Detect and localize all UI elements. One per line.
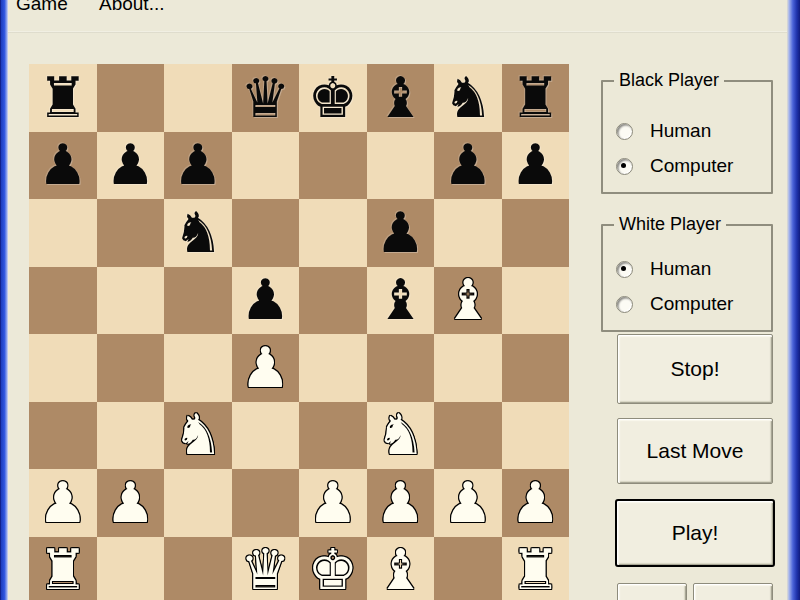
radio-white-human-label: Human: [650, 258, 711, 280]
white-player-groupbox: White Player Human Computer: [601, 224, 773, 332]
piece-white-pawn: ♟: [510, 475, 560, 531]
square-c4[interactable]: [164, 334, 232, 402]
radio-black-computer-label: Computer: [650, 155, 733, 177]
piece-black-pawn: ♟: [105, 137, 155, 193]
piece-black-pawn: ♟: [173, 137, 223, 193]
square-c3[interactable]: ♞: [164, 402, 232, 470]
square-c8[interactable]: [164, 64, 232, 132]
square-h4[interactable]: [502, 334, 570, 402]
square-g2[interactable]: ♟: [434, 469, 502, 537]
piece-black-pawn: ♟: [375, 205, 425, 261]
square-c5[interactable]: [164, 267, 232, 335]
square-a6[interactable]: [29, 199, 97, 267]
black-player-groupbox: Black Player Human Computer: [601, 80, 773, 194]
square-b4[interactable]: [97, 334, 165, 402]
square-a7[interactable]: ♟: [29, 132, 97, 200]
square-e8[interactable]: ♚: [299, 64, 367, 132]
bottom-partial-button-left[interactable]: [617, 583, 687, 600]
piece-white-knight: ♞: [173, 407, 223, 463]
square-a8[interactable]: ♜: [29, 64, 97, 132]
square-g5[interactable]: ♝: [434, 267, 502, 335]
chess-board[interactable]: ♜♛♚♝♞♜♟♟♟♟♟♞♟♟♝♝♟♞♞♟♟♟♟♟♟♜♛♚♝♜: [29, 64, 569, 600]
black-player-group-title: Black Player: [614, 70, 724, 91]
white-player-computer-option[interactable]: Computer: [616, 293, 733, 315]
square-b3[interactable]: [97, 402, 165, 470]
square-d1[interactable]: ♛: [232, 537, 300, 600]
square-c6[interactable]: ♞: [164, 199, 232, 267]
piece-black-pawn: ♟: [443, 137, 493, 193]
square-c7[interactable]: ♟: [164, 132, 232, 200]
window-border-right: [787, 0, 800, 600]
piece-white-pawn: ♟: [308, 475, 358, 531]
square-h6[interactable]: [502, 199, 570, 267]
white-player-human-option[interactable]: Human: [616, 258, 711, 280]
bottom-partial-button-right[interactable]: [693, 583, 773, 600]
square-e5[interactable]: [299, 267, 367, 335]
square-e2[interactable]: ♟: [299, 469, 367, 537]
square-a5[interactable]: [29, 267, 97, 335]
black-player-computer-option[interactable]: Computer: [616, 155, 733, 177]
piece-black-knight: ♞: [443, 70, 493, 126]
menu-item-game[interactable]: Game: [16, 0, 68, 15]
square-f7[interactable]: [367, 132, 435, 200]
square-g6[interactable]: [434, 199, 502, 267]
square-f3[interactable]: ♞: [367, 402, 435, 470]
square-h5[interactable]: [502, 267, 570, 335]
square-h8[interactable]: ♜: [502, 64, 570, 132]
square-c1[interactable]: [164, 537, 232, 600]
square-h3[interactable]: [502, 402, 570, 470]
radio-white-computer[interactable]: [616, 296, 633, 313]
radio-black-human-label: Human: [650, 120, 711, 142]
menu-item-about[interactable]: About...: [99, 0, 165, 15]
piece-black-bishop: ♝: [375, 272, 425, 328]
square-f6[interactable]: ♟: [367, 199, 435, 267]
piece-white-pawn: ♟: [443, 475, 493, 531]
piece-white-rook: ♜: [38, 542, 88, 598]
square-f1[interactable]: ♝: [367, 537, 435, 600]
piece-white-bishop: ♝: [443, 272, 493, 328]
square-f8[interactable]: ♝: [367, 64, 435, 132]
square-e6[interactable]: [299, 199, 367, 267]
radio-black-human[interactable]: [616, 123, 633, 140]
square-b2[interactable]: ♟: [97, 469, 165, 537]
piece-black-rook: ♜: [38, 70, 88, 126]
play-button[interactable]: Play!: [615, 499, 775, 567]
square-a3[interactable]: [29, 402, 97, 470]
square-d2[interactable]: [232, 469, 300, 537]
radio-black-computer[interactable]: [616, 158, 633, 175]
piece-white-knight: ♞: [375, 407, 425, 463]
menu-bar-divider: [8, 31, 787, 33]
piece-black-pawn: ♟: [38, 137, 88, 193]
black-player-human-option[interactable]: Human: [616, 120, 711, 142]
piece-white-pawn: ♟: [105, 475, 155, 531]
piece-white-king: ♚: [308, 542, 358, 598]
stop-button[interactable]: Stop!: [617, 334, 773, 404]
chess-app-window: Game About... ♜♛♚♝♞♜♟♟♟♟♟♞♟♟♝♝♟♞♞♟♟♟♟♟♟♜…: [0, 0, 800, 600]
piece-black-rook: ♜: [510, 70, 560, 126]
square-h1[interactable]: ♜: [502, 537, 570, 600]
piece-white-bishop: ♝: [375, 542, 425, 598]
square-b1[interactable]: [97, 537, 165, 600]
square-f5[interactable]: ♝: [367, 267, 435, 335]
window-border-left: [0, 0, 8, 600]
last-move-button[interactable]: Last Move: [617, 418, 773, 484]
square-b7[interactable]: ♟: [97, 132, 165, 200]
square-h7[interactable]: ♟: [502, 132, 570, 200]
square-g8[interactable]: ♞: [434, 64, 502, 132]
square-d4[interactable]: ♟: [232, 334, 300, 402]
piece-white-queen: ♛: [240, 542, 290, 598]
square-d7[interactable]: [232, 132, 300, 200]
square-a4[interactable]: [29, 334, 97, 402]
piece-white-pawn: ♟: [38, 475, 88, 531]
piece-black-pawn: ♟: [510, 137, 560, 193]
square-b5[interactable]: [97, 267, 165, 335]
piece-white-rook: ♜: [510, 542, 560, 598]
square-g4[interactable]: [434, 334, 502, 402]
square-f2[interactable]: ♟: [367, 469, 435, 537]
square-g3[interactable]: [434, 402, 502, 470]
square-c2[interactable]: [164, 469, 232, 537]
square-e3[interactable]: [299, 402, 367, 470]
square-b8[interactable]: [97, 64, 165, 132]
radio-white-human[interactable]: [616, 261, 633, 278]
square-d3[interactable]: [232, 402, 300, 470]
piece-black-pawn: ♟: [240, 272, 290, 328]
square-f4[interactable]: [367, 334, 435, 402]
square-d8[interactable]: ♛: [232, 64, 300, 132]
square-h2[interactable]: ♟: [502, 469, 570, 537]
radio-white-computer-label: Computer: [650, 293, 733, 315]
piece-black-queen: ♛: [240, 70, 290, 126]
piece-black-knight: ♞: [173, 205, 223, 261]
square-a1[interactable]: ♜: [29, 537, 97, 600]
square-e4[interactable]: [299, 334, 367, 402]
menu-bar: Game About...: [8, 0, 787, 23]
square-d5[interactable]: ♟: [232, 267, 300, 335]
piece-black-bishop: ♝: [375, 70, 425, 126]
square-b6[interactable]: [97, 199, 165, 267]
square-d6[interactable]: [232, 199, 300, 267]
piece-black-king: ♚: [308, 70, 358, 126]
square-e7[interactable]: [299, 132, 367, 200]
piece-white-pawn: ♟: [375, 475, 425, 531]
square-a2[interactable]: ♟: [29, 469, 97, 537]
square-g1[interactable]: [434, 537, 502, 600]
piece-white-pawn: ♟: [240, 340, 290, 396]
square-g7[interactable]: ♟: [434, 132, 502, 200]
square-e1[interactable]: ♚: [299, 537, 367, 600]
white-player-group-title: White Player: [614, 214, 726, 235]
